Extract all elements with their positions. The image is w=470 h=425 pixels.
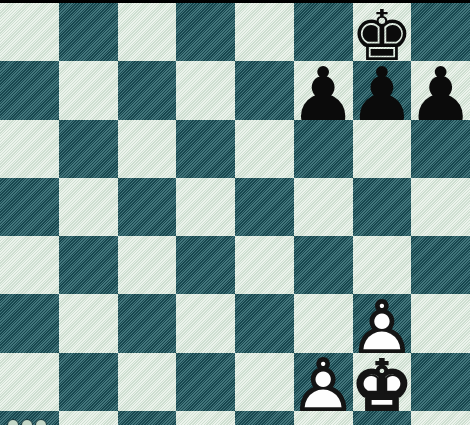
cropped-glyph-artifact bbox=[7, 419, 19, 425]
square-g4[interactable] bbox=[353, 236, 412, 294]
cropped-glyph-artifact bbox=[21, 419, 33, 425]
square-e8[interactable] bbox=[235, 3, 294, 61]
square-c5[interactable] bbox=[118, 178, 177, 236]
square-b4[interactable] bbox=[59, 236, 118, 294]
square-c4[interactable] bbox=[118, 236, 177, 294]
square-f8[interactable] bbox=[294, 3, 353, 61]
square-a5[interactable] bbox=[0, 178, 59, 236]
square-f6[interactable] bbox=[294, 120, 353, 178]
square-d7[interactable] bbox=[176, 61, 235, 119]
square-a6[interactable] bbox=[0, 120, 59, 178]
square-d4[interactable] bbox=[176, 236, 235, 294]
square-c7[interactable] bbox=[118, 61, 177, 119]
square-h7[interactable]: ♟ bbox=[411, 61, 470, 119]
black-king-piece: ♚ bbox=[350, 1, 413, 71]
square-g1[interactable] bbox=[353, 411, 412, 425]
square-a7[interactable] bbox=[0, 61, 59, 119]
square-a3[interactable] bbox=[0, 294, 59, 352]
square-b3[interactable] bbox=[59, 294, 118, 352]
white-king-piece-fill: ♚ bbox=[350, 350, 413, 420]
square-d6[interactable] bbox=[176, 120, 235, 178]
square-f5[interactable] bbox=[294, 178, 353, 236]
square-e1[interactable] bbox=[235, 411, 294, 425]
square-h2[interactable] bbox=[411, 353, 470, 411]
square-a4[interactable] bbox=[0, 236, 59, 294]
square-c8[interactable] bbox=[118, 3, 177, 61]
square-c2[interactable] bbox=[118, 353, 177, 411]
square-b5[interactable] bbox=[59, 178, 118, 236]
square-d3[interactable] bbox=[176, 294, 235, 352]
square-b8[interactable] bbox=[59, 3, 118, 61]
square-g2[interactable]: ♚♔ bbox=[353, 353, 412, 411]
square-h5[interactable] bbox=[411, 178, 470, 236]
square-h4[interactable] bbox=[411, 236, 470, 294]
square-b6[interactable] bbox=[59, 120, 118, 178]
square-d5[interactable] bbox=[176, 178, 235, 236]
cropped-glyph-artifact bbox=[35, 419, 47, 425]
chess-diagram: ♚♟♟♟♟♙♟♙♚♔ bbox=[0, 0, 470, 425]
square-h6[interactable] bbox=[411, 120, 470, 178]
square-e4[interactable] bbox=[235, 236, 294, 294]
square-f7[interactable]: ♟ bbox=[294, 61, 353, 119]
square-f1[interactable] bbox=[294, 411, 353, 425]
square-f4[interactable] bbox=[294, 236, 353, 294]
square-g3[interactable]: ♟♙ bbox=[353, 294, 412, 352]
square-g6[interactable] bbox=[353, 120, 412, 178]
square-e5[interactable] bbox=[235, 178, 294, 236]
square-d2[interactable] bbox=[176, 353, 235, 411]
square-e6[interactable] bbox=[235, 120, 294, 178]
square-b1[interactable] bbox=[59, 411, 118, 425]
square-c3[interactable] bbox=[118, 294, 177, 352]
square-g7[interactable]: ♟ bbox=[353, 61, 412, 119]
chess-board: ♚♟♟♟♟♙♟♙♚♔ bbox=[0, 3, 470, 425]
square-c1[interactable] bbox=[118, 411, 177, 425]
square-h8[interactable] bbox=[411, 3, 470, 61]
square-e7[interactable] bbox=[235, 61, 294, 119]
square-a2[interactable] bbox=[0, 353, 59, 411]
square-a8[interactable] bbox=[0, 3, 59, 61]
square-f2[interactable]: ♟♙ bbox=[294, 353, 353, 411]
square-e3[interactable] bbox=[235, 294, 294, 352]
square-g8[interactable]: ♚ bbox=[353, 3, 412, 61]
square-b2[interactable] bbox=[59, 353, 118, 411]
square-h3[interactable] bbox=[411, 294, 470, 352]
square-g5[interactable] bbox=[353, 178, 412, 236]
square-d1[interactable] bbox=[176, 411, 235, 425]
square-b7[interactable] bbox=[59, 61, 118, 119]
square-c6[interactable] bbox=[118, 120, 177, 178]
square-h1[interactable] bbox=[411, 411, 470, 425]
square-e2[interactable] bbox=[235, 353, 294, 411]
white-king-piece: ♔ bbox=[350, 350, 413, 420]
square-d8[interactable] bbox=[176, 3, 235, 61]
square-f3[interactable] bbox=[294, 294, 353, 352]
